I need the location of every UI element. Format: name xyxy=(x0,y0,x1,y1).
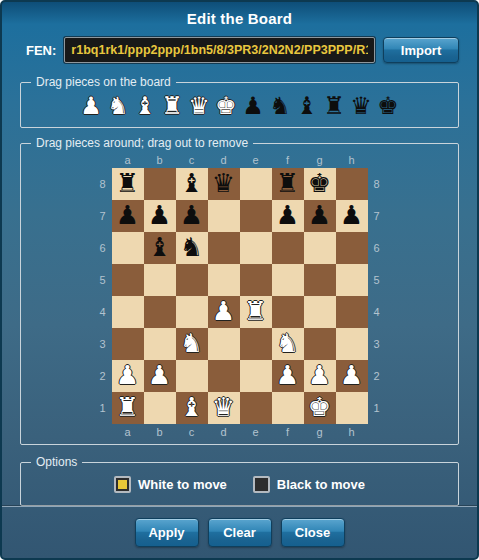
rank-label-6-right: 6 xyxy=(368,240,386,256)
square-e8[interactable] xyxy=(240,168,272,200)
rank-label-8-right: 8 xyxy=(368,176,386,192)
file-label-b-top: b xyxy=(144,152,176,168)
square-c6[interactable]: ♞ xyxy=(176,232,208,264)
palette-white-pawn-piece[interactable]: ♟ xyxy=(78,92,105,120)
white-to-move-option[interactable]: White to move xyxy=(114,476,227,493)
options-legend: Options xyxy=(31,455,82,469)
rank-label-7-left: 7 xyxy=(94,208,112,224)
square-c2[interactable] xyxy=(176,360,208,392)
footer-button-bar: Apply Clear Close xyxy=(2,506,477,560)
import-button[interactable]: Import xyxy=(383,37,459,63)
square-d8[interactable]: ♛ xyxy=(208,168,240,200)
black-pawn-piece[interactable]: ♟ xyxy=(276,200,299,230)
square-g7[interactable]: ♟ xyxy=(304,200,336,232)
square-h5[interactable] xyxy=(336,264,368,296)
fen-label: FEN: xyxy=(26,43,56,58)
square-a1[interactable]: ♜ xyxy=(112,392,144,424)
rank-label-8-left: 8 xyxy=(94,176,112,192)
rank-label-3-right: 3 xyxy=(368,336,386,352)
square-a4[interactable] xyxy=(112,296,144,328)
square-g1[interactable]: ♚ xyxy=(304,392,336,424)
dialog-title: Edit the Board xyxy=(2,2,477,29)
white-pawn-piece[interactable]: ♟ xyxy=(276,360,299,390)
square-f1[interactable] xyxy=(272,392,304,424)
square-f3[interactable]: ♞ xyxy=(272,328,304,360)
square-g3[interactable] xyxy=(304,328,336,360)
square-b1[interactable] xyxy=(144,392,176,424)
square-d2[interactable] xyxy=(208,360,240,392)
piece-palette: ♟♞♝♜♛♚♟♞♝♜♛♚ xyxy=(27,90,452,123)
white-pawn-piece[interactable]: ♟ xyxy=(212,296,235,326)
square-f2[interactable]: ♟ xyxy=(272,360,304,392)
palette-fieldset: Drag pieces on the board ♟♞♝♜♛♚♟♞♝♜♛♚ xyxy=(20,75,459,128)
square-f4[interactable] xyxy=(272,296,304,328)
rank-label-2-left: 2 xyxy=(94,368,112,384)
black-bishop-piece[interactable]: ♝ xyxy=(148,232,171,262)
rank-label-2-right: 2 xyxy=(368,368,386,384)
white-knight-piece[interactable]: ♞ xyxy=(276,328,299,358)
chess-board: abcdefgh8♜♝♛♜♚87♟♟♟♟♟♟76♝♞6554♟♜43♞♞32♟♟… xyxy=(27,152,452,440)
black-to-move-checkbox[interactable] xyxy=(253,476,270,493)
square-f6[interactable] xyxy=(272,232,304,264)
options-fieldset: Options White to move Black to move xyxy=(20,455,459,506)
board-legend: Drag pieces around; drag out to remove xyxy=(31,136,253,150)
square-g5[interactable] xyxy=(304,264,336,296)
apply-button[interactable]: Apply xyxy=(135,518,199,547)
black-to-move-label: Black to move xyxy=(277,477,365,492)
square-a8[interactable]: ♜ xyxy=(112,168,144,200)
square-f7[interactable]: ♟ xyxy=(272,200,304,232)
white-queen-piece[interactable]: ♛ xyxy=(212,392,235,422)
fen-input[interactable] xyxy=(64,37,375,63)
file-label-d-top: d xyxy=(208,152,240,168)
square-d4[interactable]: ♟ xyxy=(208,296,240,328)
white-pawn-piece[interactable]: ♟ xyxy=(148,360,171,390)
file-label-f-top: f xyxy=(272,152,304,168)
square-e3[interactable] xyxy=(240,328,272,360)
rank-label-6-left: 6 xyxy=(94,240,112,256)
palette-white-bishop-piece[interactable]: ♝ xyxy=(132,92,159,120)
board-fieldset: Drag pieces around; drag out to remove a… xyxy=(20,136,459,445)
white-pawn-piece[interactable]: ♟ xyxy=(308,360,331,390)
white-pawn-piece[interactable]: ♟ xyxy=(340,360,363,390)
square-b5[interactable] xyxy=(144,264,176,296)
file-label-h-bottom: h xyxy=(336,424,368,440)
square-g2[interactable]: ♟ xyxy=(304,360,336,392)
options-row: White to move Black to move xyxy=(27,470,452,493)
white-king-piece[interactable]: ♚ xyxy=(308,392,331,422)
white-bishop-piece[interactable]: ♝ xyxy=(180,392,203,422)
black-queen-piece[interactable]: ♛ xyxy=(212,168,235,198)
rank-label-4-left: 4 xyxy=(94,304,112,320)
file-label-h-top: h xyxy=(336,152,368,168)
square-d5[interactable] xyxy=(208,264,240,296)
clear-button[interactable]: Clear xyxy=(208,518,272,547)
palette-black-pawn-piece[interactable]: ♟ xyxy=(240,92,267,120)
square-c1[interactable]: ♝ xyxy=(176,392,208,424)
palette-white-knight-piece[interactable]: ♞ xyxy=(105,92,132,120)
rank-label-1-right: 1 xyxy=(368,400,386,416)
palette-black-knight-piece[interactable]: ♞ xyxy=(267,92,294,120)
black-pawn-piece[interactable]: ♟ xyxy=(180,200,203,230)
file-label-g-bottom: g xyxy=(304,424,336,440)
square-a6[interactable] xyxy=(112,232,144,264)
square-c8[interactable]: ♝ xyxy=(176,168,208,200)
square-h4[interactable] xyxy=(336,296,368,328)
rank-label-1-left: 1 xyxy=(94,400,112,416)
square-e4[interactable]: ♜ xyxy=(240,296,272,328)
rank-label-7-right: 7 xyxy=(368,208,386,224)
black-bishop-piece[interactable]: ♝ xyxy=(180,168,203,198)
black-pawn-piece[interactable]: ♟ xyxy=(340,200,363,230)
square-f5[interactable] xyxy=(272,264,304,296)
palette-white-rook-piece[interactable]: ♜ xyxy=(159,92,186,120)
square-h1[interactable] xyxy=(336,392,368,424)
file-label-f-bottom: f xyxy=(272,424,304,440)
white-rook-piece[interactable]: ♜ xyxy=(116,392,139,422)
square-c7[interactable]: ♟ xyxy=(176,200,208,232)
black-rook-piece[interactable]: ♜ xyxy=(116,168,139,198)
square-c5[interactable] xyxy=(176,264,208,296)
square-a2[interactable]: ♟ xyxy=(112,360,144,392)
rank-label-5-right: 5 xyxy=(368,272,386,288)
rank-label-3-left: 3 xyxy=(94,336,112,352)
square-a3[interactable] xyxy=(112,328,144,360)
file-label-c-bottom: c xyxy=(176,424,208,440)
palette-black-queen-piece[interactable]: ♛ xyxy=(348,92,375,120)
square-c4[interactable] xyxy=(176,296,208,328)
edit-board-dialog: Edit the Board FEN: Import Drag pieces o… xyxy=(0,0,479,560)
black-knight-piece[interactable]: ♞ xyxy=(180,232,203,262)
palette-white-king-piece[interactable]: ♚ xyxy=(213,92,240,120)
file-label-d-bottom: d xyxy=(208,424,240,440)
square-h7[interactable]: ♟ xyxy=(336,200,368,232)
white-to-move-checkbox[interactable] xyxy=(114,476,131,493)
white-rook-piece[interactable]: ♜ xyxy=(244,296,267,326)
file-label-g-top: g xyxy=(304,152,336,168)
square-d6[interactable] xyxy=(208,232,240,264)
palette-black-king-piece[interactable]: ♚ xyxy=(375,92,402,120)
square-h6[interactable] xyxy=(336,232,368,264)
square-f8[interactable]: ♜ xyxy=(272,168,304,200)
square-e6[interactable] xyxy=(240,232,272,264)
black-pawn-piece[interactable]: ♟ xyxy=(148,200,171,230)
file-label-e-bottom: e xyxy=(240,424,272,440)
square-h3[interactable] xyxy=(336,328,368,360)
square-g8[interactable]: ♚ xyxy=(304,168,336,200)
file-label-e-top: e xyxy=(240,152,272,168)
black-to-move-option[interactable]: Black to move xyxy=(253,476,365,493)
file-label-a-top: a xyxy=(112,152,144,168)
square-b6[interactable]: ♝ xyxy=(144,232,176,264)
black-pawn-piece[interactable]: ♟ xyxy=(116,200,139,230)
square-a5[interactable] xyxy=(112,264,144,296)
palette-black-rook-piece[interactable]: ♜ xyxy=(321,92,348,120)
black-king-piece[interactable]: ♚ xyxy=(308,168,331,198)
square-b8[interactable] xyxy=(144,168,176,200)
file-label-b-bottom: b xyxy=(144,424,176,440)
square-g6[interactable] xyxy=(304,232,336,264)
square-h2[interactable]: ♟ xyxy=(336,360,368,392)
square-d1[interactable]: ♛ xyxy=(208,392,240,424)
square-a7[interactable]: ♟ xyxy=(112,200,144,232)
square-e7[interactable] xyxy=(240,200,272,232)
file-label-a-bottom: a xyxy=(112,424,144,440)
square-b3[interactable] xyxy=(144,328,176,360)
white-pawn-piece[interactable]: ♟ xyxy=(116,360,139,390)
black-rook-piece[interactable]: ♜ xyxy=(276,168,299,198)
rank-label-5-left: 5 xyxy=(94,272,112,288)
square-e5[interactable] xyxy=(240,264,272,296)
file-label-c-top: c xyxy=(176,152,208,168)
rank-label-4-right: 4 xyxy=(368,304,386,320)
square-c3[interactable]: ♞ xyxy=(176,328,208,360)
white-to-move-label: White to move xyxy=(138,477,227,492)
black-pawn-piece[interactable]: ♟ xyxy=(308,200,331,230)
square-b2[interactable]: ♟ xyxy=(144,360,176,392)
square-h8[interactable] xyxy=(336,168,368,200)
white-knight-piece[interactable]: ♞ xyxy=(180,328,203,358)
palette-white-queen-piece[interactable]: ♛ xyxy=(186,92,213,120)
square-g4[interactable] xyxy=(304,296,336,328)
close-button[interactable]: Close xyxy=(281,518,345,547)
square-b7[interactable]: ♟ xyxy=(144,200,176,232)
palette-legend: Drag pieces on the board xyxy=(31,75,176,89)
square-e1[interactable] xyxy=(240,392,272,424)
fen-row: FEN: Import xyxy=(2,29,477,69)
square-d3[interactable] xyxy=(208,328,240,360)
square-b4[interactable] xyxy=(144,296,176,328)
square-d7[interactable] xyxy=(208,200,240,232)
square-e2[interactable] xyxy=(240,360,272,392)
palette-black-bishop-piece[interactable]: ♝ xyxy=(294,92,321,120)
